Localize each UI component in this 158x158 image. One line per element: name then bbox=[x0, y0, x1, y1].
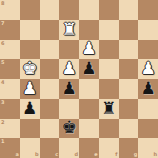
file-label-d: d bbox=[74, 152, 78, 157]
square-c1[interactable]: c bbox=[40, 138, 60, 158]
square-e7[interactable] bbox=[79, 20, 99, 40]
piece-white-pawn-e6[interactable]: ♟ bbox=[81, 40, 96, 57]
piece-black-king-d2[interactable]: ♚ bbox=[62, 119, 77, 136]
square-f1[interactable]: f bbox=[99, 138, 119, 158]
square-c3[interactable] bbox=[40, 99, 60, 119]
square-g8[interactable] bbox=[119, 0, 139, 20]
square-a3[interactable]: 3 bbox=[0, 99, 20, 119]
square-g5[interactable] bbox=[119, 59, 139, 79]
square-f4[interactable] bbox=[99, 79, 119, 99]
square-b5[interactable]: ♚ bbox=[20, 59, 40, 79]
square-f6[interactable] bbox=[99, 40, 119, 60]
square-h6[interactable] bbox=[138, 40, 158, 60]
square-e3[interactable] bbox=[79, 99, 99, 119]
square-d4[interactable]: ♟ bbox=[59, 79, 79, 99]
rank-label-5: 5 bbox=[1, 60, 4, 65]
square-h2[interactable] bbox=[138, 119, 158, 139]
square-f5[interactable] bbox=[99, 59, 119, 79]
file-label-b: b bbox=[35, 152, 39, 157]
file-label-f: f bbox=[115, 152, 117, 157]
square-c6[interactable] bbox=[40, 40, 60, 60]
square-e8[interactable] bbox=[79, 0, 99, 20]
square-h5[interactable]: ♟ bbox=[138, 59, 158, 79]
square-g2[interactable] bbox=[119, 119, 139, 139]
rank-label-1: 1 bbox=[1, 139, 4, 144]
square-h8[interactable] bbox=[138, 0, 158, 20]
file-label-a: a bbox=[15, 152, 18, 157]
rank-label-4: 4 bbox=[1, 80, 4, 85]
square-d2[interactable]: ♚ bbox=[59, 119, 79, 139]
square-a2[interactable]: 2 bbox=[0, 119, 20, 139]
piece-white-pawn-d5[interactable]: ♟ bbox=[62, 60, 77, 77]
square-f7[interactable] bbox=[99, 20, 119, 40]
chess-board: 87♜6♟5♚♟♟♟4♟♟♟3♟♜2♚1abcdefgh bbox=[0, 0, 158, 158]
square-f2[interactable] bbox=[99, 119, 119, 139]
square-h4[interactable]: ♟ bbox=[138, 79, 158, 99]
square-g4[interactable] bbox=[119, 79, 139, 99]
square-g3[interactable] bbox=[119, 99, 139, 119]
square-a4[interactable]: 4 bbox=[0, 79, 20, 99]
piece-black-pawn-e5[interactable]: ♟ bbox=[81, 60, 96, 77]
square-b6[interactable] bbox=[20, 40, 40, 60]
square-a6[interactable]: 6 bbox=[0, 40, 20, 60]
square-d3[interactable] bbox=[59, 99, 79, 119]
square-d5[interactable]: ♟ bbox=[59, 59, 79, 79]
square-e6[interactable]: ♟ bbox=[79, 40, 99, 60]
square-g7[interactable] bbox=[119, 20, 139, 40]
square-h7[interactable] bbox=[138, 20, 158, 40]
square-b7[interactable] bbox=[20, 20, 40, 40]
rank-label-7: 7 bbox=[1, 21, 4, 26]
piece-white-pawn-h5[interactable]: ♟ bbox=[141, 60, 156, 77]
piece-black-pawn-b3[interactable]: ♟ bbox=[22, 100, 37, 117]
file-label-h: h bbox=[153, 152, 157, 157]
piece-white-pawn-b4[interactable]: ♟ bbox=[22, 80, 37, 97]
file-label-c: c bbox=[55, 152, 58, 157]
square-b3[interactable]: ♟ bbox=[20, 99, 40, 119]
square-d1[interactable]: d bbox=[59, 138, 79, 158]
square-a8[interactable]: 8 bbox=[0, 0, 20, 20]
piece-black-pawn-d4[interactable]: ♟ bbox=[62, 80, 77, 97]
square-h3[interactable] bbox=[138, 99, 158, 119]
square-b8[interactable] bbox=[20, 0, 40, 20]
square-a1[interactable]: 1a bbox=[0, 138, 20, 158]
square-g1[interactable]: g bbox=[119, 138, 139, 158]
square-h1[interactable]: h bbox=[138, 138, 158, 158]
rank-label-3: 3 bbox=[1, 100, 4, 105]
square-e4[interactable] bbox=[79, 79, 99, 99]
square-a5[interactable]: 5 bbox=[0, 59, 20, 79]
square-c4[interactable] bbox=[40, 79, 60, 99]
square-f8[interactable] bbox=[99, 0, 119, 20]
rank-label-8: 8 bbox=[1, 1, 4, 6]
square-b4[interactable]: ♟ bbox=[20, 79, 40, 99]
square-d7[interactable]: ♜ bbox=[59, 20, 79, 40]
square-f3[interactable]: ♜ bbox=[99, 99, 119, 119]
square-e2[interactable] bbox=[79, 119, 99, 139]
file-label-e: e bbox=[94, 152, 97, 157]
piece-white-rook-d7[interactable]: ♜ bbox=[62, 21, 77, 38]
square-c8[interactable] bbox=[40, 0, 60, 20]
file-label-g: g bbox=[134, 152, 138, 157]
rank-label-6: 6 bbox=[1, 41, 4, 46]
square-e1[interactable]: e bbox=[79, 138, 99, 158]
piece-black-rook-f3[interactable]: ♜ bbox=[101, 100, 116, 117]
square-g6[interactable] bbox=[119, 40, 139, 60]
square-b1[interactable]: b bbox=[20, 138, 40, 158]
square-b2[interactable] bbox=[20, 119, 40, 139]
square-c2[interactable] bbox=[40, 119, 60, 139]
square-c7[interactable] bbox=[40, 20, 60, 40]
square-c5[interactable] bbox=[40, 59, 60, 79]
rank-label-2: 2 bbox=[1, 120, 4, 125]
square-e5[interactable]: ♟ bbox=[79, 59, 99, 79]
square-d6[interactable] bbox=[59, 40, 79, 60]
piece-black-pawn-h4[interactable]: ♟ bbox=[141, 80, 156, 97]
square-a7[interactable]: 7 bbox=[0, 20, 20, 40]
square-d8[interactable] bbox=[59, 0, 79, 20]
piece-white-king-b5[interactable]: ♚ bbox=[22, 60, 37, 77]
